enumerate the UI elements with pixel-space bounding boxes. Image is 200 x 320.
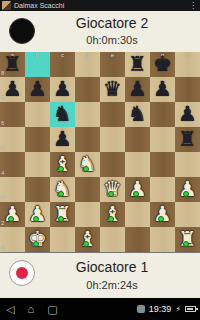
player1-name: Giocatore 1 — [40, 259, 184, 275]
square-d4[interactable]: ♞ — [75, 152, 100, 177]
square-h5[interactable]: ♜ — [175, 127, 200, 152]
movable-indicator-dot — [83, 241, 89, 247]
white-rook-piece: ♜ — [178, 227, 197, 252]
movable-indicator-dot — [108, 191, 114, 197]
movable-indicator-dot — [83, 166, 89, 172]
square-h3[interactable]: ♟ — [175, 177, 200, 202]
square-e3[interactable]: ♛ — [100, 177, 125, 202]
square-e2[interactable]: ♝ — [100, 202, 125, 227]
movable-indicator-dot — [58, 216, 64, 222]
black-pawn-piece: ♟ — [53, 127, 72, 152]
black-rook-piece: ♜ — [128, 52, 147, 77]
movable-indicator-dot — [33, 216, 39, 222]
black-pawn-piece: ♟ — [178, 102, 197, 127]
square-h6[interactable]: ♟ — [175, 102, 200, 127]
movable-indicator-dot — [58, 191, 64, 197]
square-b2[interactable]: ♟ — [25, 202, 50, 227]
square-c5[interactable]: ♟ — [50, 127, 75, 152]
player2-clock: 0h:0m:30s — [40, 34, 184, 46]
square-c1[interactable] — [50, 227, 75, 252]
movable-indicator-dot — [183, 241, 189, 247]
square-g2[interactable]: ♟ — [150, 202, 175, 227]
square-b8[interactable]: b — [25, 52, 50, 77]
square-h1[interactable]: ♜ — [175, 227, 200, 252]
square-c6[interactable]: ♞ — [50, 102, 75, 127]
white-king-piece: ♚ — [28, 227, 47, 252]
square-g7[interactable]: ♟ — [150, 77, 175, 102]
black-pawn-piece: ♟ — [3, 77, 22, 102]
square-a4[interactable]: 4 — [0, 152, 25, 177]
square-b1[interactable]: ♚ — [25, 227, 50, 252]
square-g1[interactable] — [150, 227, 175, 252]
charging-icon: ⚡ — [175, 305, 181, 314]
black-rook-piece: ♜ — [178, 127, 197, 152]
black-king-piece: ♚ — [153, 52, 172, 77]
square-g3[interactable] — [150, 177, 175, 202]
white-rook-piece: ♜ — [53, 202, 72, 227]
square-f5[interactable] — [125, 127, 150, 152]
rank-label: 3 — [1, 195, 4, 201]
square-h2[interactable] — [175, 202, 200, 227]
file-label: c — [61, 52, 64, 58]
square-c8[interactable]: c — [50, 52, 75, 77]
square-a5[interactable]: 5 — [0, 127, 25, 152]
player2-panel: Giocatore 2 0h:0m:30s — [0, 11, 200, 53]
overflow-menu-icon[interactable]: ⋮ — [189, 1, 197, 10]
back-icon[interactable]: ◁ — [6, 298, 14, 320]
square-h7[interactable] — [175, 77, 200, 102]
white-pawn-piece: ♟ — [3, 202, 22, 227]
square-d1[interactable]: ♝ — [75, 227, 100, 252]
recents-icon[interactable]: ▢ — [47, 298, 57, 320]
app-icon — [2, 1, 11, 10]
movable-indicator-dot — [108, 216, 114, 222]
app-screen: Dalmax Scacchi ⋮ Giocatore 2 0h:0m:30s 8… — [0, 0, 200, 320]
rank-label: 4 — [1, 170, 4, 176]
black-pawn-piece: ♟ — [28, 77, 47, 102]
white-pawn-piece: ♟ — [178, 177, 197, 202]
nav-buttons: ◁ ⌂ ▢ — [6, 298, 58, 320]
black-knight-piece: ♞ — [53, 102, 72, 127]
rank-label: 5 — [1, 145, 4, 151]
rank-label: 6 — [1, 120, 4, 126]
square-d2[interactable] — [75, 202, 100, 227]
square-e6[interactable] — [100, 102, 125, 127]
square-e7[interactable]: ♛ — [100, 77, 125, 102]
square-f7[interactable]: ♟ — [125, 77, 150, 102]
square-g8[interactable]: g♚ — [150, 52, 175, 77]
square-d8[interactable]: d — [75, 52, 100, 77]
white-knight-piece: ♞ — [53, 177, 72, 202]
square-d7[interactable] — [75, 77, 100, 102]
status-clock: 19:39 — [149, 304, 172, 314]
battery-icon — [185, 306, 196, 312]
white-bishop-piece: ♝ — [53, 152, 72, 177]
white-bishop-piece: ♝ — [103, 202, 122, 227]
black-queen-piece: ♛ — [103, 77, 122, 102]
status-area[interactable]: 19:39 ⚡ — [137, 298, 196, 320]
black-pawn-piece: ♟ — [153, 77, 172, 102]
player1-clock: 0h:2m:24s — [40, 279, 184, 291]
app-title: Dalmax Scacchi — [14, 2, 64, 9]
square-h4[interactable] — [175, 152, 200, 177]
square-d6[interactable] — [75, 102, 100, 127]
square-b6[interactable] — [25, 102, 50, 127]
player2-name: Giocatore 2 — [40, 15, 184, 31]
movable-indicator-dot — [33, 241, 39, 247]
player1-panel: Giocatore 1 0h:2m:24s — [0, 252, 200, 299]
black-rook-piece: ♜ — [3, 52, 22, 77]
player1-color-indicator-white-circle — [9, 260, 35, 286]
square-e1[interactable] — [100, 227, 125, 252]
square-g4[interactable] — [150, 152, 175, 177]
square-a6[interactable]: 6 — [0, 102, 25, 127]
home-icon[interactable]: ⌂ — [27, 298, 34, 320]
square-c3[interactable]: ♞ — [50, 177, 75, 202]
square-g5[interactable] — [150, 127, 175, 152]
square-a7[interactable]: 7♟ — [0, 77, 25, 102]
square-e8[interactable]: e — [100, 52, 125, 77]
white-knight-piece: ♞ — [78, 152, 97, 177]
square-a8[interactable]: 8a♜ — [0, 52, 25, 77]
square-c4[interactable]: ♝ — [50, 152, 75, 177]
square-e4[interactable] — [100, 152, 125, 177]
notification-icon — [137, 305, 145, 313]
square-b5[interactable] — [25, 127, 50, 152]
square-f1[interactable] — [125, 227, 150, 252]
square-f3[interactable]: ♟ — [125, 177, 150, 202]
rank-label: 1 — [1, 245, 4, 251]
player1-active-red-dot — [16, 267, 28, 279]
white-bishop-piece: ♝ — [78, 227, 97, 252]
black-pawn-piece: ♟ — [53, 77, 72, 102]
square-f6[interactable]: ♞ — [125, 102, 150, 127]
square-f4[interactable] — [125, 152, 150, 177]
square-g6[interactable] — [150, 102, 175, 127]
black-knight-piece: ♞ — [128, 102, 147, 127]
chess-board: 8a♜bcdef♜g♚h7♟♟♟♛♟♟6♞♞♟5♟♜4♝♞3♞♛♟♟2♟♟♜♝♟… — [0, 52, 200, 252]
square-b4[interactable] — [25, 152, 50, 177]
square-e5[interactable] — [100, 127, 125, 152]
square-b3[interactable] — [25, 177, 50, 202]
white-pawn-piece: ♟ — [153, 202, 172, 227]
file-label: d — [86, 52, 89, 58]
file-label: e — [111, 52, 114, 58]
square-f8[interactable]: f♜ — [125, 52, 150, 77]
square-d3[interactable] — [75, 177, 100, 202]
player2-color-indicator-black-circle — [9, 18, 35, 44]
movable-indicator-dot — [8, 216, 14, 222]
square-f2[interactable] — [125, 202, 150, 227]
square-c7[interactable]: ♟ — [50, 77, 75, 102]
square-a1[interactable]: 1 — [0, 227, 25, 252]
movable-indicator-dot — [133, 191, 139, 197]
white-queen-piece: ♛ — [103, 177, 122, 202]
white-pawn-piece: ♟ — [128, 177, 147, 202]
square-a3[interactable]: 3 — [0, 177, 25, 202]
file-label: b — [36, 52, 39, 58]
movable-indicator-dot — [58, 166, 64, 172]
movable-indicator-dot — [158, 216, 164, 222]
square-c2[interactable]: ♜ — [50, 202, 75, 227]
file-label: h — [186, 52, 189, 58]
white-pawn-piece: ♟ — [28, 202, 47, 227]
android-navbar: ◁ ⌂ ▢ 19:39 ⚡ — [0, 298, 200, 320]
square-d5[interactable] — [75, 127, 100, 152]
square-h8[interactable]: h — [175, 52, 200, 77]
square-a2[interactable]: 2♟ — [0, 202, 25, 227]
movable-indicator-dot — [183, 191, 189, 197]
black-pawn-piece: ♟ — [128, 77, 147, 102]
square-b7[interactable]: ♟ — [25, 77, 50, 102]
